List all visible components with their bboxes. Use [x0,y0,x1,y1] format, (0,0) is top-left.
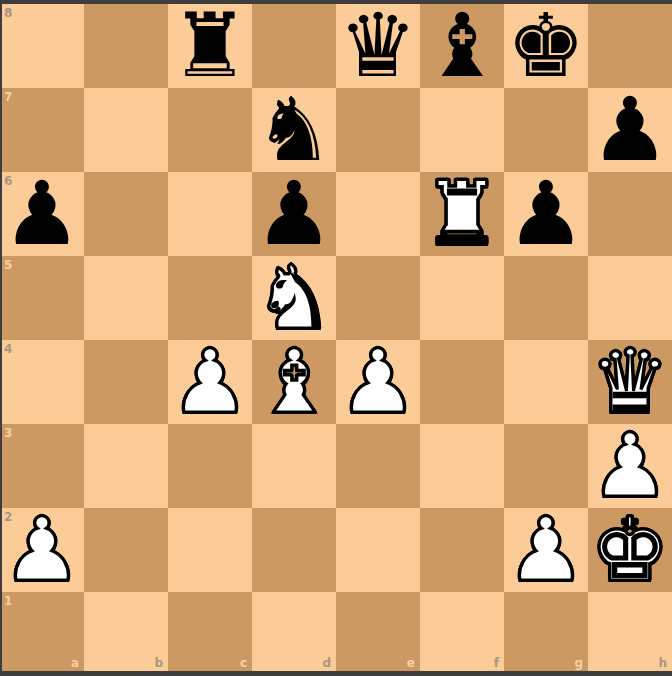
square-a8[interactable]: 8 [0,4,84,88]
chess-app-window: 8♜♛♝♚7♞♟6♟♟♜♟5♞4♟♝♟♛3♟2♟♟♚1abcdefgh [0,0,672,676]
window-top-border [0,0,672,4]
file-label-h: h [658,657,667,669]
white-pawn-g2[interactable]: ♟ [507,508,586,592]
square-a4[interactable]: 4 [0,340,84,424]
square-e8[interactable]: ♛ [336,4,420,88]
square-a1[interactable]: 1a [0,592,84,676]
rank-label-7: 7 [4,91,12,103]
square-f7[interactable] [420,88,504,172]
square-h7[interactable]: ♟ [588,88,672,172]
file-label-d: d [322,657,331,669]
square-c4[interactable]: ♟ [168,340,252,424]
square-g2[interactable]: ♟ [504,508,588,592]
square-f4[interactable] [420,340,504,424]
square-e6[interactable] [336,172,420,256]
square-c5[interactable] [168,256,252,340]
square-e3[interactable] [336,424,420,508]
chess-board: 8♜♛♝♚7♞♟6♟♟♜♟5♞4♟♝♟♛3♟2♟♟♚1abcdefgh [0,4,672,676]
rank-label-4: 4 [4,343,12,355]
square-g8[interactable]: ♚ [504,4,588,88]
square-e5[interactable] [336,256,420,340]
square-b8[interactable] [84,4,168,88]
white-pawn-h3[interactable]: ♟ [591,424,670,508]
square-a6[interactable]: 6♟ [0,172,84,256]
black-rook-c8[interactable]: ♜ [171,4,250,88]
square-h2[interactable]: ♚ [588,508,672,592]
square-d7[interactable]: ♞ [252,88,336,172]
square-a2[interactable]: 2♟ [0,508,84,592]
rank-label-2: 2 [4,511,12,523]
window-left-border [0,0,2,676]
black-queen-e8[interactable]: ♛ [339,4,418,88]
white-bishop-d4[interactable]: ♝ [255,340,334,424]
square-f8[interactable]: ♝ [420,4,504,88]
square-h8[interactable] [588,4,672,88]
rank-label-1: 1 [4,595,12,607]
black-pawn-g6[interactable]: ♟ [507,172,586,256]
square-h1[interactable]: h [588,592,672,676]
square-h4[interactable]: ♛ [588,340,672,424]
square-h5[interactable] [588,256,672,340]
square-f6[interactable]: ♜ [420,172,504,256]
square-c7[interactable] [168,88,252,172]
square-e7[interactable] [336,88,420,172]
black-pawn-d6[interactable]: ♟ [255,172,334,256]
square-d1[interactable]: d [252,592,336,676]
white-queen-h4[interactable]: ♛ [591,340,670,424]
square-a5[interactable]: 5 [0,256,84,340]
square-c3[interactable] [168,424,252,508]
black-bishop-f8[interactable]: ♝ [423,4,502,88]
square-c6[interactable] [168,172,252,256]
square-g7[interactable] [504,88,588,172]
square-e2[interactable] [336,508,420,592]
file-label-b: b [154,657,163,669]
square-b3[interactable] [84,424,168,508]
square-g3[interactable] [504,424,588,508]
square-f3[interactable] [420,424,504,508]
square-e1[interactable]: e [336,592,420,676]
rank-label-6: 6 [4,175,12,187]
square-f2[interactable] [420,508,504,592]
file-label-e: e [407,657,415,669]
square-d3[interactable] [252,424,336,508]
square-b2[interactable] [84,508,168,592]
square-d6[interactable]: ♟ [252,172,336,256]
file-label-g: g [574,657,583,669]
square-g4[interactable] [504,340,588,424]
square-f5[interactable] [420,256,504,340]
file-label-c: c [240,657,247,669]
black-pawn-a6[interactable]: ♟ [3,172,82,256]
square-h3[interactable]: ♟ [588,424,672,508]
square-c1[interactable]: c [168,592,252,676]
square-h6[interactable] [588,172,672,256]
white-pawn-e4[interactable]: ♟ [339,340,418,424]
square-d4[interactable]: ♝ [252,340,336,424]
square-a7[interactable]: 7 [0,88,84,172]
rank-label-3: 3 [4,427,12,439]
square-d8[interactable] [252,4,336,88]
window-bottom-border [0,671,672,676]
black-king-g8[interactable]: ♚ [507,4,586,88]
square-c2[interactable] [168,508,252,592]
square-d5[interactable]: ♞ [252,256,336,340]
rank-label-8: 8 [4,7,12,19]
square-c8[interactable]: ♜ [168,4,252,88]
square-b1[interactable]: b [84,592,168,676]
square-g5[interactable] [504,256,588,340]
square-a3[interactable]: 3 [0,424,84,508]
square-b6[interactable] [84,172,168,256]
square-b4[interactable] [84,340,168,424]
square-b7[interactable] [84,88,168,172]
rank-label-5: 5 [4,259,12,271]
square-d2[interactable] [252,508,336,592]
black-pawn-h7[interactable]: ♟ [591,88,670,172]
white-rook-f6[interactable]: ♜ [423,172,502,256]
square-g1[interactable]: g [504,592,588,676]
black-knight-d7[interactable]: ♞ [255,88,334,172]
square-f1[interactable]: f [420,592,504,676]
square-e4[interactable]: ♟ [336,340,420,424]
white-pawn-a2[interactable]: ♟ [3,508,82,592]
square-b5[interactable] [84,256,168,340]
white-king-h2[interactable]: ♚ [591,508,670,592]
file-label-a: a [71,657,79,669]
white-knight-d5[interactable]: ♞ [255,256,334,340]
white-pawn-c4[interactable]: ♟ [171,340,250,424]
square-g6[interactable]: ♟ [504,172,588,256]
file-label-f: f [494,657,499,669]
